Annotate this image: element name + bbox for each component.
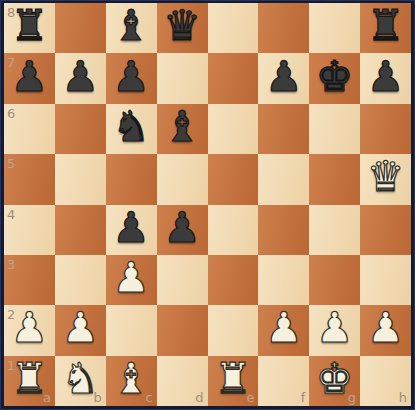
square-d6[interactable]: ♝ xyxy=(157,104,208,154)
square-c4[interactable]: ♟ xyxy=(106,205,157,255)
piece-black-pawn[interactable]: ♟ xyxy=(163,207,201,249)
square-e8[interactable] xyxy=(208,3,259,53)
square-f8[interactable] xyxy=(258,3,309,53)
file-label-d: d xyxy=(195,391,203,404)
square-f4[interactable] xyxy=(258,205,309,255)
square-f2[interactable]: ♟ xyxy=(258,305,309,355)
square-d2[interactable] xyxy=(157,305,208,355)
piece-white-pawn[interactable]: ♟ xyxy=(265,307,303,349)
square-d5[interactable] xyxy=(157,154,208,204)
square-c5[interactable] xyxy=(106,154,157,204)
square-b8[interactable] xyxy=(55,3,106,53)
piece-black-pawn[interactable]: ♟ xyxy=(11,56,49,98)
piece-black-pawn[interactable]: ♟ xyxy=(265,56,303,98)
square-b6[interactable] xyxy=(55,104,106,154)
square-f3[interactable] xyxy=(258,255,309,305)
piece-white-knight[interactable]: ♞ xyxy=(61,358,99,400)
square-h3[interactable] xyxy=(360,255,411,305)
file-label-f: f xyxy=(301,391,306,404)
square-a8[interactable]: 8♜ xyxy=(4,3,55,53)
piece-white-pawn[interactable]: ♟ xyxy=(61,307,99,349)
square-g1[interactable]: g♚ xyxy=(309,356,360,406)
piece-white-queen[interactable]: ♛ xyxy=(367,156,405,198)
square-e1[interactable]: e♜ xyxy=(208,356,259,406)
piece-black-pawn[interactable]: ♟ xyxy=(61,56,99,98)
square-a6[interactable]: 6 xyxy=(4,104,55,154)
piece-white-pawn[interactable]: ♟ xyxy=(112,257,150,299)
square-g6[interactable] xyxy=(309,104,360,154)
square-b1[interactable]: b♞ xyxy=(55,356,106,406)
square-g2[interactable]: ♟ xyxy=(309,305,360,355)
square-b4[interactable] xyxy=(55,205,106,255)
piece-black-pawn[interactable]: ♟ xyxy=(112,207,150,249)
square-a3[interactable]: 3 xyxy=(4,255,55,305)
square-e6[interactable] xyxy=(208,104,259,154)
piece-white-pawn[interactable]: ♟ xyxy=(367,307,405,349)
square-a4[interactable]: 4 xyxy=(4,205,55,255)
piece-black-bishop[interactable]: ♝ xyxy=(163,106,201,148)
square-b5[interactable] xyxy=(55,154,106,204)
square-b3[interactable] xyxy=(55,255,106,305)
piece-white-king[interactable]: ♚ xyxy=(316,358,354,400)
piece-black-king[interactable]: ♚ xyxy=(316,56,354,98)
square-b7[interactable]: ♟ xyxy=(55,53,106,103)
board-frame: 8♜♝♛♜7♟♟♟♟♚♟6♞♝5♛4♟♟3♟2♟♟♟♟♟1a♜b♞c♝de♜fg… xyxy=(0,0,415,410)
square-h5[interactable]: ♛ xyxy=(360,154,411,204)
square-b2[interactable]: ♟ xyxy=(55,305,106,355)
square-g4[interactable] xyxy=(309,205,360,255)
chess-board: 8♜♝♛♜7♟♟♟♟♚♟6♞♝5♛4♟♟3♟2♟♟♟♟♟1a♜b♞c♝de♜fg… xyxy=(4,3,411,406)
piece-white-pawn[interactable]: ♟ xyxy=(11,307,49,349)
square-e4[interactable] xyxy=(208,205,259,255)
piece-black-pawn[interactable]: ♟ xyxy=(112,56,150,98)
square-f1[interactable]: f xyxy=(258,356,309,406)
piece-black-knight[interactable]: ♞ xyxy=(112,106,150,148)
square-e5[interactable] xyxy=(208,154,259,204)
square-e2[interactable] xyxy=(208,305,259,355)
square-d7[interactable] xyxy=(157,53,208,103)
square-h6[interactable] xyxy=(360,104,411,154)
piece-black-queen[interactable]: ♛ xyxy=(163,5,201,47)
square-a2[interactable]: 2♟ xyxy=(4,305,55,355)
square-c2[interactable] xyxy=(106,305,157,355)
piece-white-pawn[interactable]: ♟ xyxy=(316,307,354,349)
square-e7[interactable] xyxy=(208,53,259,103)
square-h2[interactable]: ♟ xyxy=(360,305,411,355)
square-h8[interactable]: ♜ xyxy=(360,3,411,53)
piece-white-rook[interactable]: ♜ xyxy=(11,358,49,400)
rank-label-5: 5 xyxy=(7,157,15,170)
square-c7[interactable]: ♟ xyxy=(106,53,157,103)
square-c8[interactable]: ♝ xyxy=(106,3,157,53)
rank-label-6: 6 xyxy=(7,107,15,120)
piece-black-rook[interactable]: ♜ xyxy=(11,5,49,47)
file-label-h: h xyxy=(399,391,407,404)
square-f6[interactable] xyxy=(258,104,309,154)
square-d8[interactable]: ♛ xyxy=(157,3,208,53)
square-f7[interactable]: ♟ xyxy=(258,53,309,103)
piece-white-rook[interactable]: ♜ xyxy=(214,358,252,400)
square-d1[interactable]: d xyxy=(157,356,208,406)
square-a7[interactable]: 7♟ xyxy=(4,53,55,103)
square-g3[interactable] xyxy=(309,255,360,305)
square-c1[interactable]: c♝ xyxy=(106,356,157,406)
piece-black-rook[interactable]: ♜ xyxy=(367,5,405,47)
square-h7[interactable]: ♟ xyxy=(360,53,411,103)
square-h1[interactable]: h xyxy=(360,356,411,406)
square-d4[interactable]: ♟ xyxy=(157,205,208,255)
piece-white-bishop[interactable]: ♝ xyxy=(112,358,150,400)
square-e3[interactable] xyxy=(208,255,259,305)
square-d3[interactable] xyxy=(157,255,208,305)
square-g7[interactable]: ♚ xyxy=(309,53,360,103)
piece-black-bishop[interactable]: ♝ xyxy=(112,5,150,47)
square-f5[interactable] xyxy=(258,154,309,204)
square-a5[interactable]: 5 xyxy=(4,154,55,204)
square-h4[interactable] xyxy=(360,205,411,255)
square-a1[interactable]: 1a♜ xyxy=(4,356,55,406)
square-g8[interactable] xyxy=(309,3,360,53)
rank-label-3: 3 xyxy=(7,258,15,271)
rank-label-4: 4 xyxy=(7,208,15,221)
square-c6[interactable]: ♞ xyxy=(106,104,157,154)
piece-black-pawn[interactable]: ♟ xyxy=(367,56,405,98)
square-g5[interactable] xyxy=(309,154,360,204)
square-c3[interactable]: ♟ xyxy=(106,255,157,305)
